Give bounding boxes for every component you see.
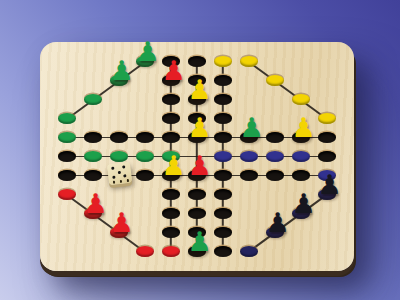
green-pawn[interactable]: ♟ <box>136 38 160 65</box>
cell-r9c1 <box>54 204 80 223</box>
cell-r2c9 <box>262 71 288 90</box>
track-hole <box>84 132 102 143</box>
cell-r11c4 <box>132 242 158 261</box>
track-hole <box>214 208 232 219</box>
track-hole <box>240 170 258 181</box>
cell-r11c7 <box>210 242 236 261</box>
cell-r2c10 <box>288 71 314 90</box>
cell-r10c10 <box>288 223 314 242</box>
cell-r9c4 <box>132 204 158 223</box>
track-hole <box>214 227 232 238</box>
cell-r11c2 <box>80 242 106 261</box>
cell-r7c2 <box>80 166 106 185</box>
cell-r1c2 <box>80 52 106 71</box>
green-start-spot <box>58 113 76 124</box>
cell-r3c7 <box>210 90 236 109</box>
cell-r7c1 <box>54 166 80 185</box>
cell-r10c7 <box>210 223 236 242</box>
track-hole <box>188 56 206 67</box>
cell-r10c1 <box>54 223 80 242</box>
track-hole <box>214 246 232 257</box>
yellow-pawn[interactable]: ♟ <box>292 114 316 141</box>
black-pawn[interactable]: ♟ <box>292 190 316 217</box>
track-hole <box>318 151 336 162</box>
cell-r5c2 <box>80 128 106 147</box>
yellow-pawn[interactable]: ♟ <box>188 114 212 141</box>
cell-r1c10 <box>288 52 314 71</box>
cell-r5c11 <box>314 128 340 147</box>
cell-r6c9 <box>262 147 288 166</box>
cell-r3c5 <box>158 90 184 109</box>
cell-r10c2 <box>80 223 106 242</box>
track-hole <box>214 132 232 143</box>
cell-r3c11 <box>314 90 340 109</box>
track-hole <box>214 94 232 105</box>
cell-r4c5 <box>158 109 184 128</box>
cell-r8c7 <box>210 185 236 204</box>
die-pip <box>111 166 115 170</box>
yellow-pawn[interactable]: ♟ <box>162 152 186 179</box>
red-entry-spot <box>162 246 180 257</box>
cell-r5c4 <box>132 128 158 147</box>
cell-r1c8 <box>236 52 262 71</box>
track-hole <box>84 170 102 181</box>
cell-r7c9 <box>262 166 288 185</box>
cell-r5c9 <box>262 128 288 147</box>
cell-r3c9 <box>262 90 288 109</box>
track-hole <box>266 170 284 181</box>
red-start-spot <box>136 246 154 257</box>
ludo-board: ♟♟♟♟♟♟♟♟♟♟♟♟♟♟♟ <box>40 42 354 271</box>
die-front-pip <box>119 179 122 182</box>
red-pawn[interactable]: ♟ <box>162 57 186 84</box>
cell-r4c7 <box>210 109 236 128</box>
track-hole <box>110 132 128 143</box>
cell-r8c4 <box>132 185 158 204</box>
track-hole <box>214 170 232 181</box>
blue-home-spot <box>292 151 310 162</box>
cell-r2c7 <box>210 71 236 90</box>
cell-r8c3 <box>106 185 132 204</box>
cell-r4c2 <box>80 109 106 128</box>
track-hole <box>136 132 154 143</box>
cell-r3c3 <box>106 90 132 109</box>
die[interactable] <box>107 161 132 185</box>
cell-r6c1 <box>54 147 80 166</box>
cell-r6c10 <box>288 147 314 166</box>
track-hole <box>214 75 232 86</box>
cell-r9c7 <box>210 204 236 223</box>
track-hole <box>162 132 180 143</box>
cell-r1c11 <box>314 52 340 71</box>
cell-r9c5 <box>158 204 184 223</box>
cell-r1c9 <box>262 52 288 71</box>
blue-home-spot <box>266 151 284 162</box>
cell-r3c8 <box>236 90 262 109</box>
cell-r3c2 <box>80 90 106 109</box>
cell-r8c9 <box>262 185 288 204</box>
yellow-start-spot <box>240 56 258 67</box>
cell-r1c6 <box>184 52 210 71</box>
cell-r11c1 <box>54 242 80 261</box>
cell-r7c8 <box>236 166 262 185</box>
cell-r11c10 <box>288 242 314 261</box>
cell-r6c7 <box>210 147 236 166</box>
blue-home-spot <box>214 151 232 162</box>
red-pawn[interactable]: ♟ <box>84 190 108 217</box>
die-pip <box>117 170 121 174</box>
cell-r6c2 <box>80 147 106 166</box>
die-front-pip <box>112 180 115 183</box>
blue-start-spot <box>240 246 258 257</box>
cell-r7c10 <box>288 166 314 185</box>
yellow-start-spot <box>318 113 336 124</box>
cell-r4c11 <box>314 109 340 128</box>
cell-r4c1 <box>54 109 80 128</box>
cell-r2c1 <box>54 71 80 90</box>
cell-r10c11 <box>314 223 340 242</box>
track-hole <box>58 170 76 181</box>
cell-r9c6 <box>184 204 210 223</box>
cell-r11c3 <box>106 242 132 261</box>
track-hole <box>188 208 206 219</box>
green-home-spot <box>136 151 154 162</box>
cell-r10c5 <box>158 223 184 242</box>
cell-r9c8 <box>236 204 262 223</box>
cell-r11c9 <box>262 242 288 261</box>
yellow-entry-spot <box>214 56 232 67</box>
track-hole <box>162 113 180 124</box>
track-hole <box>58 151 76 162</box>
cell-r8c6 <box>184 185 210 204</box>
track-hole <box>188 189 206 200</box>
cell-r6c4 <box>132 147 158 166</box>
cell-r7c4 <box>132 166 158 185</box>
cell-r8c8 <box>236 185 262 204</box>
green-home-spot <box>84 151 102 162</box>
cell-r10c4 <box>132 223 158 242</box>
green-pawn[interactable]: ♟ <box>188 228 212 255</box>
cell-r8c5 <box>158 185 184 204</box>
yellow-pawn[interactable]: ♟ <box>188 76 212 103</box>
cell-r3c1 <box>54 90 80 109</box>
cell-r6c8 <box>236 147 262 166</box>
cell-r2c8 <box>236 71 262 90</box>
track-hole <box>136 170 154 181</box>
cell-r11c11 <box>314 242 340 261</box>
die-pip <box>112 175 116 179</box>
green-home-spot <box>110 151 128 162</box>
track-hole <box>162 94 180 105</box>
cell-r3c4 <box>132 90 158 109</box>
red-start-spot <box>58 189 76 200</box>
black-pawn[interactable]: ♟ <box>266 209 290 236</box>
cell-r4c9 <box>262 109 288 128</box>
red-pawn[interactable]: ♟ <box>188 152 212 179</box>
track-hole <box>214 189 232 200</box>
yellow-start-spot <box>292 94 310 105</box>
photo-background: Ludo (Mensch ärgere dich nicht) — wooden… <box>0 0 400 300</box>
yellow-start-spot <box>266 75 284 86</box>
cell-r11c5 <box>158 242 184 261</box>
die-pip <box>122 165 126 169</box>
cell-r5c5 <box>158 128 184 147</box>
cell-r5c3 <box>106 128 132 147</box>
track-hole <box>162 189 180 200</box>
track-hole <box>162 227 180 238</box>
cell-r5c7 <box>210 128 236 147</box>
cell-r3c10 <box>288 90 314 109</box>
cell-r9c11 <box>314 204 340 223</box>
cell-r10c8 <box>236 223 262 242</box>
die-pip <box>123 174 127 178</box>
cell-r5c1 <box>54 128 80 147</box>
blue-home-spot <box>240 151 258 162</box>
track-hole <box>292 170 310 181</box>
cell-r4c4 <box>132 109 158 128</box>
green-pawn[interactable]: ♟ <box>240 114 264 141</box>
green-pawn[interactable]: ♟ <box>110 57 134 84</box>
track-hole <box>266 132 284 143</box>
cell-r8c1 <box>54 185 80 204</box>
cell-r4c3 <box>106 109 132 128</box>
cell-r1c7 <box>210 52 236 71</box>
track-hole <box>214 113 232 124</box>
green-entry-spot <box>58 132 76 143</box>
track-hole <box>162 208 180 219</box>
cell-r6c11 <box>314 147 340 166</box>
cell-r2c2 <box>80 71 106 90</box>
die-front-pip <box>126 178 129 181</box>
red-pawn[interactable]: ♟ <box>110 209 134 236</box>
black-pawn[interactable]: ♟ <box>318 171 342 198</box>
cell-r1c1 <box>54 52 80 71</box>
cell-r2c11 <box>314 71 340 90</box>
cell-r7c7 <box>210 166 236 185</box>
cell-r11c8 <box>236 242 262 261</box>
track-hole <box>318 132 336 143</box>
green-start-spot <box>84 94 102 105</box>
cell-r2c4 <box>132 71 158 90</box>
